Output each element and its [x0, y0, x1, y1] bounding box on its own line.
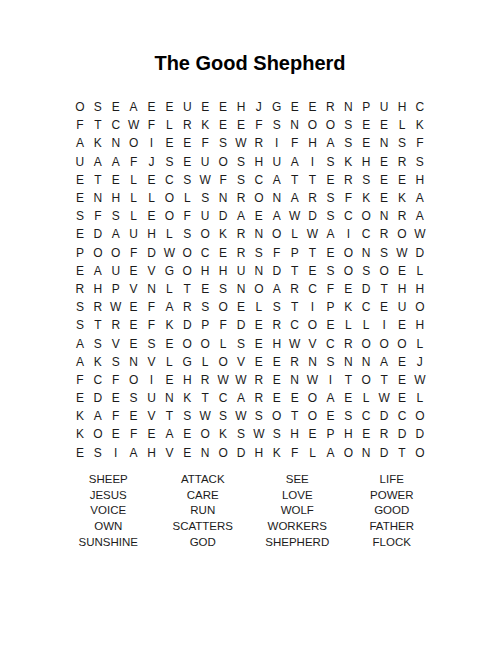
grid-cell: E — [160, 334, 178, 352]
grid-cell: E — [375, 116, 393, 134]
grid-cell: W — [125, 116, 143, 134]
grid-cell: O — [196, 425, 214, 443]
grid-cell: I — [339, 225, 357, 243]
grid-cell: R — [286, 353, 304, 371]
grid-cell: N — [268, 189, 286, 207]
grid-cell: S — [214, 134, 232, 152]
grid-cell: F — [250, 116, 268, 134]
grid-cell: K — [268, 444, 286, 462]
grid-cell: T — [375, 280, 393, 298]
grid-cell: O — [250, 189, 268, 207]
word-bank-item: WOLF — [250, 503, 345, 519]
grid-cell: N — [304, 353, 322, 371]
grid-cell: E — [71, 189, 89, 207]
grid-cell: F — [268, 244, 286, 262]
grid-cell: I — [304, 153, 322, 171]
grid-cell: L — [339, 316, 357, 334]
grid-cell: A — [321, 389, 339, 407]
grid-cell: U — [143, 389, 161, 407]
grid-cell: J — [143, 153, 161, 171]
grid-cell: O — [411, 444, 429, 462]
word-bank-item: SHEEP — [61, 472, 156, 488]
grid-cell: A — [71, 334, 89, 352]
grid-cell: S — [160, 153, 178, 171]
grid-cell: T — [178, 280, 196, 298]
grid-cell: R — [250, 389, 268, 407]
word-bank-item: JESUS — [61, 488, 156, 504]
grid-cell: O — [178, 244, 196, 262]
grid-cell: A — [411, 207, 429, 225]
grid-cell: S — [339, 407, 357, 425]
grid-cell: S — [232, 334, 250, 352]
grid-cell: N — [339, 98, 357, 116]
grid-cell: L — [125, 207, 143, 225]
grid-cell: A — [232, 389, 250, 407]
grid-cell: S — [339, 116, 357, 134]
grid-cell: R — [375, 425, 393, 443]
grid-cell: N — [375, 207, 393, 225]
word-bank-item: FLOCK — [345, 535, 440, 551]
grid-cell: L — [178, 189, 196, 207]
grid-cell: E — [160, 371, 178, 389]
grid-cell: W — [232, 134, 250, 152]
grid-cell: A — [107, 225, 125, 243]
grid-cell: E — [178, 134, 196, 152]
grid-cell: A — [286, 153, 304, 171]
grid-cell: O — [214, 353, 232, 371]
grid-cell: D — [178, 316, 196, 334]
grid-cell: S — [393, 134, 411, 152]
grid-cell: C — [411, 98, 429, 116]
grid-cell: E — [125, 262, 143, 280]
grid-cell: T — [286, 298, 304, 316]
grid-cell: O — [196, 334, 214, 352]
grid-cell: A — [89, 262, 107, 280]
grid-cell: A — [160, 298, 178, 316]
grid-cell: D — [232, 316, 250, 334]
grid-cell: E — [393, 389, 411, 407]
grid-cell: S — [321, 262, 339, 280]
grid-cell: C — [393, 407, 411, 425]
word-search-grid: OSEAEEUEEHJGEERNPUHCFTCWFLRKEEFSNOOSEELK… — [71, 98, 429, 462]
grid-cell: E — [214, 244, 232, 262]
grid-cell: H — [357, 153, 375, 171]
grid-cell: R — [321, 98, 339, 116]
grid-cell: K — [89, 134, 107, 152]
grid-cell: O — [304, 407, 322, 425]
grid-cell: C — [160, 171, 178, 189]
grid-cell: S — [71, 207, 89, 225]
grid-cell: W — [196, 407, 214, 425]
grid-cell: P — [71, 244, 89, 262]
grid-cell: E — [321, 316, 339, 334]
grid-cell: S — [71, 298, 89, 316]
grid-cell: A — [321, 444, 339, 462]
grid-cell: I — [375, 316, 393, 334]
grid-cell: S — [232, 153, 250, 171]
grid-cell: S — [339, 134, 357, 152]
grid-cell: W — [304, 225, 322, 243]
grid-cell: E — [321, 244, 339, 262]
grid-cell: R — [232, 225, 250, 243]
grid-cell: O — [89, 244, 107, 262]
grid-cell: O — [375, 334, 393, 352]
grid-cell: R — [339, 171, 357, 189]
grid-cell: S — [268, 116, 286, 134]
puzzle-page: The Good Shepherd OSEAEEUEEHJGEERNPUHCFT… — [0, 0, 500, 647]
grid-cell: F — [214, 171, 232, 189]
grid-cell: A — [71, 134, 89, 152]
grid-cell: L — [160, 225, 178, 243]
grid-cell: O — [357, 371, 375, 389]
grid-cell: J — [411, 353, 429, 371]
grid-cell: F — [178, 207, 196, 225]
grid-cell: O — [339, 444, 357, 462]
grid-cell: H — [411, 171, 429, 189]
grid-cell: S — [321, 207, 339, 225]
grid-cell: K — [178, 389, 196, 407]
grid-cell: P — [196, 316, 214, 334]
grid-cell: S — [250, 244, 268, 262]
grid-cell: I — [143, 134, 161, 152]
grid-cell: C — [321, 334, 339, 352]
grid-cell: H — [268, 334, 286, 352]
grid-cell: S — [214, 280, 232, 298]
grid-cell: O — [89, 425, 107, 443]
grid-cell: H — [178, 371, 196, 389]
grid-cell: A — [71, 353, 89, 371]
grid-cell: G — [178, 353, 196, 371]
grid-cell: S — [232, 171, 250, 189]
grid-cell: H — [250, 153, 268, 171]
grid-cell: S — [321, 189, 339, 207]
grid-cell: I — [268, 134, 286, 152]
grid-cell: E — [304, 262, 322, 280]
grid-cell: E — [321, 171, 339, 189]
grid-cell: K — [214, 425, 232, 443]
grid-cell: O — [268, 407, 286, 425]
grid-cell: W — [393, 244, 411, 262]
grid-cell: H — [196, 262, 214, 280]
grid-cell: V — [107, 334, 125, 352]
word-bank-item: POWER — [345, 488, 440, 504]
grid-cell: D — [268, 262, 286, 280]
word-bank-item: WORKERS — [250, 519, 345, 535]
grid-cell: F — [125, 153, 143, 171]
grid-cell: S — [71, 316, 89, 334]
grid-cell: V — [160, 444, 178, 462]
grid-cell: F — [143, 116, 161, 134]
grid-cell: N — [357, 244, 375, 262]
grid-cell: E — [393, 316, 411, 334]
grid-cell: D — [304, 207, 322, 225]
grid-cell: S — [250, 407, 268, 425]
grid-cell: E — [71, 262, 89, 280]
grid-cell: L — [411, 389, 429, 407]
grid-cell: O — [214, 444, 232, 462]
grid-cell: E — [107, 389, 125, 407]
grid-cell: F — [411, 134, 429, 152]
grid-cell: N — [89, 189, 107, 207]
grid-cell: W — [375, 389, 393, 407]
grid-cell: O — [339, 262, 357, 280]
grid-cell: L — [357, 389, 375, 407]
grid-cell: F — [196, 134, 214, 152]
grid-cell: N — [339, 353, 357, 371]
grid-cell: C — [250, 171, 268, 189]
word-bank-item: LIFE — [345, 472, 440, 488]
grid-cell: S — [125, 389, 143, 407]
grid-cell: U — [178, 98, 196, 116]
grid-cell: H — [214, 262, 232, 280]
grid-cell: O — [375, 262, 393, 280]
grid-cell: C — [214, 389, 232, 407]
grid-cell: W — [411, 225, 429, 243]
grid-cell: E — [250, 353, 268, 371]
grid-cell: T — [286, 407, 304, 425]
grid-cell: W — [250, 425, 268, 443]
grid-cell: H — [411, 316, 429, 334]
grid-cell: R — [232, 189, 250, 207]
grid-cell: T — [89, 316, 107, 334]
grid-cell: S — [375, 244, 393, 262]
grid-cell: H — [393, 280, 411, 298]
grid-cell: D — [411, 425, 429, 443]
grid-cell: E — [107, 98, 125, 116]
grid-cell: F — [143, 316, 161, 334]
grid-cell: R — [196, 371, 214, 389]
grid-cell: E — [160, 134, 178, 152]
grid-cell: E — [196, 98, 214, 116]
word-bank-item: RUN — [156, 503, 251, 519]
grid-cell: W — [304, 371, 322, 389]
grid-cell: A — [321, 225, 339, 243]
grid-cell: O — [357, 207, 375, 225]
grid-cell: T — [393, 444, 411, 462]
grid-cell: H — [250, 444, 268, 462]
grid-cell: F — [286, 134, 304, 152]
grid-cell: T — [286, 262, 304, 280]
grid-cell: L — [250, 298, 268, 316]
grid-cell: E — [125, 298, 143, 316]
grid-cell: A — [411, 189, 429, 207]
grid-cell: N — [125, 353, 143, 371]
grid-cell: E — [375, 189, 393, 207]
grid-cell: E — [321, 407, 339, 425]
grid-cell: L — [125, 189, 143, 207]
grid-cell: N — [250, 262, 268, 280]
grid-cell: N — [286, 116, 304, 134]
grid-cell: E — [268, 353, 286, 371]
grid-cell: E — [393, 171, 411, 189]
grid-cell: W — [214, 371, 232, 389]
grid-cell: U — [71, 153, 89, 171]
grid-cell: E — [250, 207, 268, 225]
grid-cell: O — [411, 407, 429, 425]
grid-cell: U — [125, 225, 143, 243]
grid-cell: O — [160, 207, 178, 225]
grid-cell: A — [232, 207, 250, 225]
grid-cell: E — [178, 444, 196, 462]
grid-cell: J — [250, 98, 268, 116]
grid-cell: E — [304, 98, 322, 116]
grid-cell: S — [178, 407, 196, 425]
grid-cell: V — [143, 353, 161, 371]
grid-cell: H — [143, 444, 161, 462]
grid-cell: O — [71, 98, 89, 116]
word-bank-item: GOOD — [345, 503, 440, 519]
grid-cell: F — [107, 371, 125, 389]
grid-cell: T — [304, 244, 322, 262]
grid-cell: K — [214, 225, 232, 243]
grid-cell: D — [89, 389, 107, 407]
grid-cell: P — [357, 98, 375, 116]
grid-cell: F — [125, 425, 143, 443]
grid-cell: E — [286, 389, 304, 407]
grid-cell: R — [107, 316, 125, 334]
grid-cell: O — [304, 316, 322, 334]
grid-cell: E — [286, 98, 304, 116]
grid-cell: L — [357, 316, 375, 334]
grid-cell: F — [89, 207, 107, 225]
grid-cell: E — [357, 425, 375, 443]
grid-cell: E — [196, 280, 214, 298]
grid-cell: D — [411, 244, 429, 262]
grid-cell: N — [196, 444, 214, 462]
word-bank-item: LOVE — [250, 488, 345, 504]
grid-cell: N — [286, 371, 304, 389]
word-bank-item: CARE — [156, 488, 251, 504]
grid-cell: S — [89, 334, 107, 352]
grid-cell: E — [268, 389, 286, 407]
grid-cell: N — [375, 134, 393, 152]
word-bank-item: SEE — [250, 472, 345, 488]
grid-cell: O — [411, 298, 429, 316]
grid-cell: H — [232, 98, 250, 116]
grid-cell: S — [268, 298, 286, 316]
grid-cell: O — [393, 225, 411, 243]
grid-cell: E — [143, 425, 161, 443]
grid-cell: L — [125, 171, 143, 189]
grid-cell: L — [214, 334, 232, 352]
word-bank: SHEEPATTACKSEELIFEJESUSCARELOVEPOWERVOIC… — [61, 472, 439, 551]
grid-cell: U — [196, 153, 214, 171]
grid-cell: S — [143, 334, 161, 352]
grid-cell: S — [89, 98, 107, 116]
word-bank-item: OWN — [61, 519, 156, 535]
grid-cell: E — [232, 116, 250, 134]
grid-cell: N — [357, 444, 375, 462]
grid-cell: O — [393, 334, 411, 352]
grid-cell: L — [160, 353, 178, 371]
grid-cell: O — [357, 334, 375, 352]
grid-cell: K — [357, 189, 375, 207]
grid-cell: S — [321, 153, 339, 171]
grid-cell: N — [232, 280, 250, 298]
grid-cell: E — [339, 389, 357, 407]
grid-cell: R — [89, 298, 107, 316]
grid-cell: E — [143, 171, 161, 189]
grid-cell: L — [160, 116, 178, 134]
grid-cell: E — [71, 389, 89, 407]
grid-cell: E — [250, 334, 268, 352]
grid-cell: P — [321, 425, 339, 443]
grid-cell: O — [304, 116, 322, 134]
grid-cell: E — [125, 334, 143, 352]
grid-cell: N — [250, 225, 268, 243]
word-bank-item: FATHER — [345, 519, 440, 535]
grid-cell: V — [232, 353, 250, 371]
puzzle-title: The Good Shepherd — [0, 0, 500, 75]
grid-cell: N — [160, 389, 178, 407]
grid-cell: D — [143, 244, 161, 262]
grid-cell: O — [250, 280, 268, 298]
grid-cell: V — [125, 280, 143, 298]
grid-cell: O — [339, 244, 357, 262]
grid-cell: K — [339, 298, 357, 316]
grid-cell: T — [89, 116, 107, 134]
word-bank-item: GOD — [156, 535, 251, 551]
grid-cell: E — [214, 116, 232, 134]
grid-cell: H — [339, 425, 357, 443]
grid-cell: E — [125, 316, 143, 334]
grid-cell: T — [304, 171, 322, 189]
grid-cell: E — [393, 262, 411, 280]
grid-cell: D — [232, 444, 250, 462]
grid-cell: R — [393, 153, 411, 171]
grid-cell: K — [71, 407, 89, 425]
grid-cell: F — [107, 407, 125, 425]
grid-cell: L — [160, 280, 178, 298]
grid-cell: K — [196, 116, 214, 134]
grid-cell: T — [375, 371, 393, 389]
grid-cell: A — [375, 353, 393, 371]
grid-cell: A — [286, 189, 304, 207]
grid-cell: E — [178, 425, 196, 443]
grid-cell: S — [107, 207, 125, 225]
grid-cell: E — [357, 134, 375, 152]
grid-cell: H — [304, 134, 322, 152]
grid-cell: T — [160, 407, 178, 425]
grid-cell: F — [143, 298, 161, 316]
grid-cell: W — [160, 244, 178, 262]
grid-cell: R — [304, 189, 322, 207]
word-bank-item: SCATTERS — [156, 519, 251, 535]
grid-cell: O — [107, 244, 125, 262]
grid-cell: E — [214, 98, 232, 116]
grid-cell: S — [357, 262, 375, 280]
grid-cell: E — [71, 444, 89, 462]
grid-cell: E — [250, 316, 268, 334]
grid-cell: S — [268, 425, 286, 443]
grid-cell: A — [125, 444, 143, 462]
grid-cell: T — [339, 371, 357, 389]
grid-cell: E — [357, 116, 375, 134]
grid-cell: S — [178, 171, 196, 189]
grid-cell: N — [357, 353, 375, 371]
grid-cell: U — [268, 153, 286, 171]
grid-cell: W — [232, 371, 250, 389]
grid-cell: A — [125, 98, 143, 116]
grid-cell: L — [196, 353, 214, 371]
grid-cell: I — [321, 371, 339, 389]
grid-cell: O — [268, 225, 286, 243]
grid-cell: E — [71, 171, 89, 189]
grid-cell: U — [196, 207, 214, 225]
grid-cell: T — [89, 171, 107, 189]
grid-cell: U — [232, 262, 250, 280]
grid-cell: W — [286, 334, 304, 352]
